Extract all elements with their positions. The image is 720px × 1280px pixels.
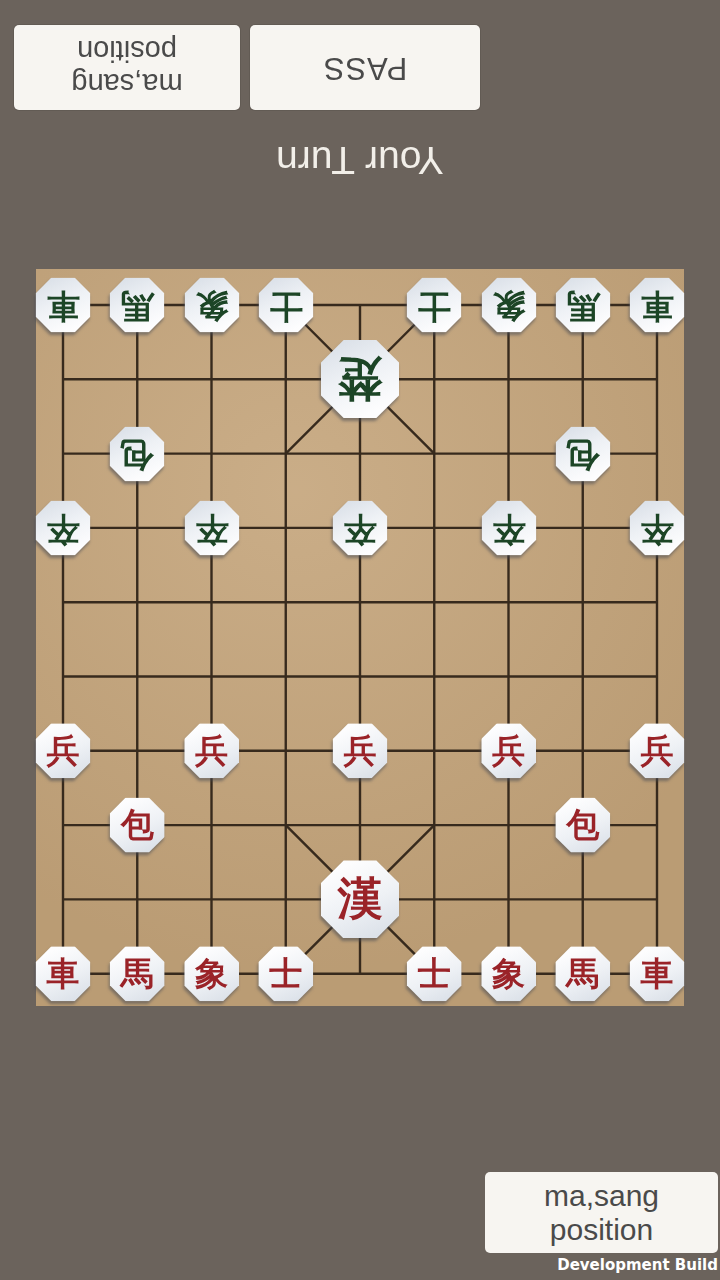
janggi-piece[interactable]: 卒: [36, 500, 91, 555]
janggi-piece[interactable]: 包: [110, 426, 165, 481]
piece-glyph: 馬: [566, 290, 599, 323]
janggi-piece[interactable]: 士: [258, 278, 313, 333]
janggi-piece[interactable]: 兵: [184, 723, 239, 778]
piece-glyph: 馬: [121, 290, 154, 323]
masang-bottom-line1: ma,sang: [544, 1179, 659, 1213]
piece-glyph: 兵: [195, 733, 228, 766]
piece-glyph: 士: [418, 290, 451, 323]
piece-glyph: 兵: [344, 733, 377, 766]
pass-button[interactable]: PASS: [250, 25, 480, 110]
piece-glyph: 車: [47, 956, 80, 989]
janggi-piece[interactable]: 車: [36, 278, 91, 333]
janggi-piece[interactable]: 馬: [110, 946, 165, 1001]
janggi-piece[interactable]: 象: [481, 946, 536, 1001]
janggi-piece[interactable]: 卒: [630, 500, 685, 555]
piece-glyph: 漢: [338, 876, 383, 921]
piece-glyph: 包: [121, 808, 154, 841]
masang-position-button-bottom[interactable]: ma,sang position: [485, 1172, 718, 1253]
janggi-piece[interactable]: 包: [555, 798, 610, 853]
piece-glyph: 象: [492, 956, 525, 989]
piece-glyph: 卒: [344, 512, 377, 545]
janggi-piece[interactable]: 士: [258, 946, 313, 1001]
piece-glyph: 卒: [492, 512, 525, 545]
janggi-piece[interactable]: 車: [36, 946, 91, 1001]
janggi-board[interactable]: 車馬象士士象馬車楚包包卒卒卒卒卒兵兵兵兵兵包包漢車馬象士士象馬車: [36, 269, 684, 1006]
masang-top-line1: ma,sang: [71, 68, 182, 100]
janggi-piece[interactable]: 士: [407, 946, 462, 1001]
piece-glyph: 馬: [121, 956, 154, 989]
piece-glyph: 卒: [195, 512, 228, 545]
piece-glyph: 象: [195, 956, 228, 989]
masang-bottom-line2: position: [550, 1213, 653, 1247]
piece-glyph: 車: [641, 290, 674, 323]
piece-glyph: 卒: [641, 512, 674, 545]
janggi-piece[interactable]: 馬: [555, 278, 610, 333]
janggi-piece[interactable]: 象: [481, 278, 536, 333]
piece-glyph: 兵: [641, 733, 674, 766]
janggi-piece[interactable]: 象: [184, 278, 239, 333]
piece-glyph: 象: [195, 290, 228, 323]
janggi-piece[interactable]: 卒: [184, 500, 239, 555]
piece-glyph: 卒: [47, 512, 80, 545]
janggi-piece[interactable]: 馬: [110, 278, 165, 333]
janggi-piece[interactable]: 卒: [333, 500, 388, 555]
janggi-piece[interactable]: 兵: [481, 723, 536, 778]
janggi-piece[interactable]: 車: [630, 278, 685, 333]
janggi-piece[interactable]: 車: [630, 946, 685, 1001]
janggi-piece[interactable]: 士: [407, 278, 462, 333]
piece-glyph: 士: [269, 956, 302, 989]
janggi-piece[interactable]: 卒: [481, 500, 536, 555]
dev-build-watermark: Development Build: [557, 1256, 718, 1274]
janggi-piece[interactable]: 兵: [630, 723, 685, 778]
masang-top-line2: position: [77, 35, 177, 67]
piece-glyph: 象: [492, 290, 525, 323]
piece-glyph: 士: [418, 956, 451, 989]
janggi-piece[interactable]: 兵: [36, 723, 91, 778]
janggi-piece[interactable]: 兵: [333, 723, 388, 778]
janggi-piece[interactable]: 包: [110, 798, 165, 853]
piece-glyph: 包: [566, 808, 599, 841]
janggi-piece[interactable]: 象: [184, 946, 239, 1001]
piece-glyph: 包: [121, 438, 154, 471]
janggi-piece[interactable]: 馬: [555, 946, 610, 1001]
piece-glyph: 包: [566, 438, 599, 471]
piece-glyph: 兵: [492, 733, 525, 766]
masang-position-button-top[interactable]: ma,sang position: [14, 25, 240, 110]
janggi-piece[interactable]: 漢: [321, 860, 399, 938]
piece-glyph: 馬: [566, 956, 599, 989]
janggi-piece[interactable]: 包: [555, 426, 610, 481]
piece-glyph: 車: [641, 956, 674, 989]
piece-glyph: 兵: [47, 733, 80, 766]
piece-glyph: 士: [269, 290, 302, 323]
janggi-piece[interactable]: 楚: [321, 340, 399, 418]
piece-glyph: 車: [47, 290, 80, 323]
turn-indicator: Your Turn: [0, 126, 720, 182]
piece-glyph: 楚: [338, 358, 383, 403]
